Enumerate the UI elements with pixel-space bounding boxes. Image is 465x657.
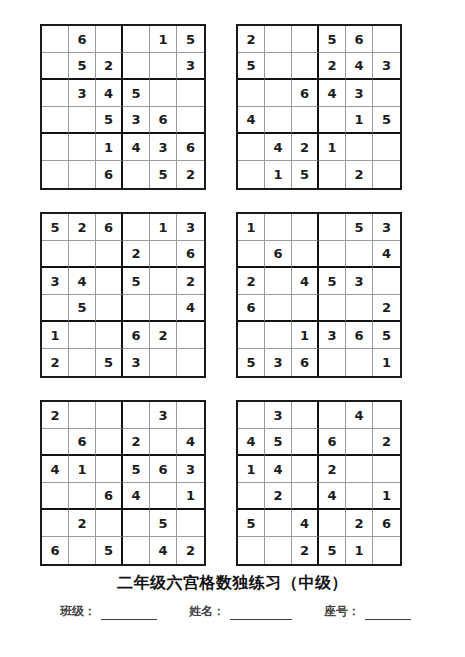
p1-cell-r2c3-given: 2 bbox=[96, 53, 123, 80]
p4-cell-r6c4-empty[interactable] bbox=[319, 349, 346, 376]
seat-field-group: 座号： bbox=[324, 603, 411, 620]
p6-cell-r1c5-given: 4 bbox=[346, 402, 373, 429]
p5-cell-r1c6-empty[interactable] bbox=[177, 402, 204, 429]
p6-cell-r3c3-empty[interactable] bbox=[292, 456, 319, 483]
p5-cell-r6c3-given: 5 bbox=[96, 537, 123, 564]
p1-cell-r2c4-empty[interactable] bbox=[123, 53, 150, 80]
p1-cell-r6c2-empty[interactable] bbox=[69, 161, 96, 188]
p2-cell-r1c3-empty[interactable] bbox=[292, 26, 319, 53]
p2-cell-r3c5-given: 3 bbox=[346, 80, 373, 107]
p3-cell-r6c4-given: 3 bbox=[123, 349, 150, 376]
p6-cell-r6c3-given: 2 bbox=[292, 537, 319, 564]
seat-label: 座号： bbox=[324, 603, 360, 620]
p2-cell-r4c1-given: 4 bbox=[238, 107, 265, 134]
p4-cell-r2c1-empty[interactable] bbox=[238, 241, 265, 268]
p5-cell-r6c6-given: 2 bbox=[177, 537, 204, 564]
p3-cell-r6c2-empty[interactable] bbox=[69, 349, 96, 376]
p5-cell-r4c1-empty[interactable] bbox=[42, 483, 69, 510]
p2-cell-r1c1-given: 2 bbox=[238, 26, 265, 53]
p5-cell-r6c5-given: 4 bbox=[150, 537, 177, 564]
p5-cell-r6c2-empty[interactable] bbox=[69, 537, 96, 564]
p2-cell-r3c1-empty[interactable] bbox=[238, 80, 265, 107]
sudoku-board-1: 6155233455361436652 bbox=[40, 24, 206, 190]
p3-cell-r1c2-given: 2 bbox=[69, 214, 96, 241]
p5-cell-r5c1-empty[interactable] bbox=[42, 510, 69, 537]
sudoku-board-5: 2362441563641256542 bbox=[40, 400, 206, 566]
p1-cell-r5c3-given: 1 bbox=[96, 134, 123, 161]
p2-cell-r1c5-given: 6 bbox=[346, 26, 373, 53]
p2-cell-r4c2-empty[interactable] bbox=[265, 107, 292, 134]
p5-cell-r2c1-empty[interactable] bbox=[42, 429, 69, 456]
p5-cell-r4c2-empty[interactable] bbox=[69, 483, 96, 510]
p4-cell-r5c4-given: 3 bbox=[319, 322, 346, 349]
p2-cell-r4c4-empty[interactable] bbox=[319, 107, 346, 134]
p3-cell-r1c1-given: 5 bbox=[42, 214, 69, 241]
p6-cell-r5c2-empty[interactable] bbox=[265, 510, 292, 537]
sudoku-board-6: 3445621422415426251 bbox=[236, 400, 402, 566]
p3-cell-r4c1-empty[interactable] bbox=[42, 295, 69, 322]
p3-cell-r5c1-given: 1 bbox=[42, 322, 69, 349]
p6-cell-r3c4-given: 2 bbox=[319, 456, 346, 483]
p1-cell-r6c1-empty[interactable] bbox=[42, 161, 69, 188]
p5-cell-r1c3-empty[interactable] bbox=[96, 402, 123, 429]
p5-cell-r5c3-empty[interactable] bbox=[96, 510, 123, 537]
p1-cell-r3c6-empty[interactable] bbox=[177, 80, 204, 107]
p3-cell-r4c6-given: 4 bbox=[177, 295, 204, 322]
p3-cell-r2c5-empty[interactable] bbox=[150, 241, 177, 268]
p4-cell-r2c4-empty[interactable] bbox=[319, 241, 346, 268]
p5-cell-r2c2-given: 6 bbox=[69, 429, 96, 456]
p3-cell-r3c3-empty[interactable] bbox=[96, 268, 123, 295]
p5-cell-r3c4-given: 5 bbox=[123, 456, 150, 483]
p3-cell-r3c6-given: 2 bbox=[177, 268, 204, 295]
p6-cell-r5c4-empty[interactable] bbox=[319, 510, 346, 537]
p1-cell-r4c5-given: 6 bbox=[150, 107, 177, 134]
p1-cell-r5c2-empty[interactable] bbox=[69, 134, 96, 161]
p4-cell-r2c6-given: 4 bbox=[373, 241, 400, 268]
p4-cell-r6c2-given: 3 bbox=[265, 349, 292, 376]
p1-cell-r4c2-empty[interactable] bbox=[69, 107, 96, 134]
sudoku-board-4: 1536424536213655361 bbox=[236, 212, 402, 378]
puzzles-area: 6155233455361436652 2565243643415421152 … bbox=[0, 0, 465, 566]
p3-cell-r3c2-given: 4 bbox=[69, 268, 96, 295]
p4-cell-r2c2-given: 6 bbox=[265, 241, 292, 268]
puzzles-grid: 6155233455361436652 2565243643415421152 … bbox=[40, 24, 465, 566]
p6-cell-r2c5-empty[interactable] bbox=[346, 429, 373, 456]
p4-cell-r1c3-empty[interactable] bbox=[292, 214, 319, 241]
page-title: 二年级六宫格数独练习（中级） bbox=[0, 573, 465, 594]
p3-cell-r3c5-empty[interactable] bbox=[150, 268, 177, 295]
p2-cell-r1c4-given: 5 bbox=[319, 26, 346, 53]
p3-cell-r2c3-empty[interactable] bbox=[96, 241, 123, 268]
p5-cell-r1c2-empty[interactable] bbox=[69, 402, 96, 429]
p1-cell-r1c2-given: 6 bbox=[69, 26, 96, 53]
p6-cell-r6c6-empty[interactable] bbox=[373, 537, 400, 564]
p4-cell-r5c6-given: 5 bbox=[373, 322, 400, 349]
p1-cell-r4c1-empty[interactable] bbox=[42, 107, 69, 134]
p4-cell-r5c1-empty[interactable] bbox=[238, 322, 265, 349]
p4-cell-r3c1-given: 2 bbox=[238, 268, 265, 295]
p2-cell-r6c5-given: 2 bbox=[346, 161, 373, 188]
p6-cell-r1c1-empty[interactable] bbox=[238, 402, 265, 429]
p1-cell-r1c6-given: 5 bbox=[177, 26, 204, 53]
p2-cell-r5c1-empty[interactable] bbox=[238, 134, 265, 161]
p3-cell-r3c4-given: 5 bbox=[123, 268, 150, 295]
p5-cell-r5c2-given: 2 bbox=[69, 510, 96, 537]
p6-cell-r4c4-given: 4 bbox=[319, 483, 346, 510]
p5-cell-r5c5-given: 5 bbox=[150, 510, 177, 537]
p5-cell-r2c6-given: 4 bbox=[177, 429, 204, 456]
p1-cell-r1c1-empty[interactable] bbox=[42, 26, 69, 53]
p1-cell-r6c3-given: 6 bbox=[96, 161, 123, 188]
p3-cell-r5c2-empty[interactable] bbox=[69, 322, 96, 349]
p4-cell-r5c3-given: 1 bbox=[292, 322, 319, 349]
p6-cell-r4c5-empty[interactable] bbox=[346, 483, 373, 510]
p4-cell-r1c2-empty[interactable] bbox=[265, 214, 292, 241]
p2-cell-r3c4-given: 4 bbox=[319, 80, 346, 107]
p6-cell-r4c2-given: 2 bbox=[265, 483, 292, 510]
p5-cell-r5c6-empty[interactable] bbox=[177, 510, 204, 537]
p2-cell-r6c1-empty[interactable] bbox=[238, 161, 265, 188]
p3-cell-r4c4-empty[interactable] bbox=[123, 295, 150, 322]
p6-cell-r4c6-given: 1 bbox=[373, 483, 400, 510]
p4-cell-r3c3-given: 4 bbox=[292, 268, 319, 295]
p3-cell-r1c6-given: 3 bbox=[177, 214, 204, 241]
p2-cell-r6c6-empty[interactable] bbox=[373, 161, 400, 188]
p1-cell-r2c5-empty[interactable] bbox=[150, 53, 177, 80]
p2-cell-r2c6-given: 3 bbox=[373, 53, 400, 80]
p5-cell-r1c4-empty[interactable] bbox=[123, 402, 150, 429]
p4-cell-r6c6-given: 1 bbox=[373, 349, 400, 376]
p1-cell-r6c6-given: 2 bbox=[177, 161, 204, 188]
p6-cell-r5c3-given: 4 bbox=[292, 510, 319, 537]
p2-cell-r5c4-given: 1 bbox=[319, 134, 346, 161]
p1-cell-r1c4-empty[interactable] bbox=[123, 26, 150, 53]
p4-cell-r4c2-empty[interactable] bbox=[265, 295, 292, 322]
p2-cell-r6c3-given: 5 bbox=[292, 161, 319, 188]
p3-cell-r3c1-given: 3 bbox=[42, 268, 69, 295]
seat-input-line[interactable] bbox=[365, 606, 411, 620]
p6-cell-r5c1-given: 5 bbox=[238, 510, 265, 537]
p2-cell-r2c2-empty[interactable] bbox=[265, 53, 292, 80]
p1-cell-r1c3-empty[interactable] bbox=[96, 26, 123, 53]
p1-cell-r4c6-empty[interactable] bbox=[177, 107, 204, 134]
p5-cell-r4c3-given: 6 bbox=[96, 483, 123, 510]
p3-cell-r5c6-empty[interactable] bbox=[177, 322, 204, 349]
p5-cell-r4c4-given: 4 bbox=[123, 483, 150, 510]
p6-cell-r2c6-given: 2 bbox=[373, 429, 400, 456]
sudoku-board-2: 2565243643415421152 bbox=[236, 24, 402, 190]
p6-cell-r1c3-empty[interactable] bbox=[292, 402, 319, 429]
p2-cell-r5c2-given: 4 bbox=[265, 134, 292, 161]
p3-cell-r5c3-empty[interactable] bbox=[96, 322, 123, 349]
p6-cell-r1c2-given: 3 bbox=[265, 402, 292, 429]
p5-cell-r3c2-given: 1 bbox=[69, 456, 96, 483]
p1-cell-r2c1-empty[interactable] bbox=[42, 53, 69, 80]
p5-cell-r4c5-empty[interactable] bbox=[150, 483, 177, 510]
p6-cell-r2c1-given: 4 bbox=[238, 429, 265, 456]
p5-cell-r2c4-given: 2 bbox=[123, 429, 150, 456]
p1-cell-r3c2-given: 3 bbox=[69, 80, 96, 107]
p6-cell-r1c6-empty[interactable] bbox=[373, 402, 400, 429]
p4-cell-r4c3-empty[interactable] bbox=[292, 295, 319, 322]
p1-cell-r2c2-given: 5 bbox=[69, 53, 96, 80]
p5-cell-r3c1-given: 4 bbox=[42, 456, 69, 483]
p6-cell-r6c4-given: 5 bbox=[319, 537, 346, 564]
p4-cell-r4c5-empty[interactable] bbox=[346, 295, 373, 322]
p6-cell-r3c6-empty[interactable] bbox=[373, 456, 400, 483]
p2-cell-r6c2-given: 1 bbox=[265, 161, 292, 188]
p4-cell-r1c6-given: 3 bbox=[373, 214, 400, 241]
p6-cell-r5c6-given: 6 bbox=[373, 510, 400, 537]
p6-cell-r6c5-given: 1 bbox=[346, 537, 373, 564]
p1-cell-r5c6-given: 6 bbox=[177, 134, 204, 161]
p1-cell-r5c5-given: 3 bbox=[150, 134, 177, 161]
p6-cell-r1c4-empty[interactable] bbox=[319, 402, 346, 429]
p3-cell-r6c3-given: 5 bbox=[96, 349, 123, 376]
p4-cell-r6c3-given: 6 bbox=[292, 349, 319, 376]
name-input-line[interactable] bbox=[230, 606, 292, 620]
p5-cell-r3c6-given: 3 bbox=[177, 456, 204, 483]
sudoku-board-3: 5261326345254162253 bbox=[40, 212, 206, 378]
p4-cell-r3c6-empty[interactable] bbox=[373, 268, 400, 295]
p2-cell-r5c5-empty[interactable] bbox=[346, 134, 373, 161]
p1-cell-r3c4-given: 5 bbox=[123, 80, 150, 107]
p3-cell-r4c3-empty[interactable] bbox=[96, 295, 123, 322]
p1-cell-r4c4-given: 3 bbox=[123, 107, 150, 134]
p4-cell-r6c1-given: 5 bbox=[238, 349, 265, 376]
p5-cell-r2c5-empty[interactable] bbox=[150, 429, 177, 456]
p6-cell-r6c1-empty[interactable] bbox=[238, 537, 265, 564]
p1-cell-r5c4-given: 4 bbox=[123, 134, 150, 161]
p1-cell-r3c3-given: 4 bbox=[96, 80, 123, 107]
p2-cell-r4c5-given: 1 bbox=[346, 107, 373, 134]
p6-cell-r5c5-given: 2 bbox=[346, 510, 373, 537]
worksheet-page: 6155233455361436652 2565243643415421152 … bbox=[0, 0, 465, 657]
p6-cell-r3c2-given: 4 bbox=[265, 456, 292, 483]
p2-cell-r4c3-empty[interactable] bbox=[292, 107, 319, 134]
p6-cell-r4c1-empty[interactable] bbox=[238, 483, 265, 510]
p6-cell-r2c3-empty[interactable] bbox=[292, 429, 319, 456]
p6-cell-r3c1-given: 1 bbox=[238, 456, 265, 483]
p2-cell-r1c6-empty[interactable] bbox=[373, 26, 400, 53]
p3-cell-r1c3-given: 6 bbox=[96, 214, 123, 241]
p3-cell-r1c5-given: 1 bbox=[150, 214, 177, 241]
p6-cell-r2c4-given: 6 bbox=[319, 429, 346, 456]
p2-cell-r3c2-empty[interactable] bbox=[265, 80, 292, 107]
p1-cell-r4c3-given: 5 bbox=[96, 107, 123, 134]
p2-cell-r6c4-empty[interactable] bbox=[319, 161, 346, 188]
p6-cell-r6c2-empty[interactable] bbox=[265, 537, 292, 564]
p3-cell-r5c4-given: 6 bbox=[123, 322, 150, 349]
p3-cell-r2c4-given: 2 bbox=[123, 241, 150, 268]
p5-cell-r3c5-given: 6 bbox=[150, 456, 177, 483]
p5-cell-r2c3-empty[interactable] bbox=[96, 429, 123, 456]
p4-cell-r2c3-empty[interactable] bbox=[292, 241, 319, 268]
p4-cell-r1c4-empty[interactable] bbox=[319, 214, 346, 241]
p1-cell-r6c4-empty[interactable] bbox=[123, 161, 150, 188]
p4-cell-r3c5-given: 3 bbox=[346, 268, 373, 295]
p1-cell-r6c5-given: 5 bbox=[150, 161, 177, 188]
p4-cell-r4c1-given: 6 bbox=[238, 295, 265, 322]
p5-cell-r6c4-empty[interactable] bbox=[123, 537, 150, 564]
name-label: 姓名： bbox=[189, 603, 225, 620]
student-info-row: 班级： 姓名： 座号： bbox=[60, 603, 465, 620]
p2-cell-r2c5-given: 4 bbox=[346, 53, 373, 80]
p4-cell-r4c6-given: 2 bbox=[373, 295, 400, 322]
class-input-line[interactable] bbox=[101, 606, 157, 620]
p4-cell-r2c5-empty[interactable] bbox=[346, 241, 373, 268]
p2-cell-r2c4-given: 2 bbox=[319, 53, 346, 80]
p1-cell-r3c5-empty[interactable] bbox=[150, 80, 177, 107]
p5-cell-r4c6-given: 1 bbox=[177, 483, 204, 510]
p4-cell-r3c4-given: 5 bbox=[319, 268, 346, 295]
p2-cell-r3c6-empty[interactable] bbox=[373, 80, 400, 107]
p1-cell-r5c1-empty[interactable] bbox=[42, 134, 69, 161]
p3-cell-r1c4-empty[interactable] bbox=[123, 214, 150, 241]
p3-cell-r4c2-given: 5 bbox=[69, 295, 96, 322]
p5-cell-r1c5-given: 3 bbox=[150, 402, 177, 429]
p3-cell-r4c5-empty[interactable] bbox=[150, 295, 177, 322]
p3-cell-r2c2-empty[interactable] bbox=[69, 241, 96, 268]
p1-cell-r2c6-given: 3 bbox=[177, 53, 204, 80]
p2-cell-r1c2-empty[interactable] bbox=[265, 26, 292, 53]
p4-cell-r5c5-given: 6 bbox=[346, 322, 373, 349]
class-field-group: 班级： bbox=[60, 603, 157, 620]
p6-cell-r3c5-empty[interactable] bbox=[346, 456, 373, 483]
p5-cell-r3c3-empty[interactable] bbox=[96, 456, 123, 483]
p3-cell-r6c6-empty[interactable] bbox=[177, 349, 204, 376]
p5-cell-r5c4-empty[interactable] bbox=[123, 510, 150, 537]
p3-cell-r6c1-given: 2 bbox=[42, 349, 69, 376]
p4-cell-r1c1-given: 1 bbox=[238, 214, 265, 241]
p3-cell-r2c1-empty[interactable] bbox=[42, 241, 69, 268]
p4-cell-r1c5-given: 5 bbox=[346, 214, 373, 241]
name-field-group: 姓名： bbox=[189, 603, 292, 620]
p1-cell-r3c1-empty[interactable] bbox=[42, 80, 69, 107]
class-label: 班级： bbox=[60, 603, 96, 620]
p1-cell-r1c5-given: 1 bbox=[150, 26, 177, 53]
p5-cell-r6c1-given: 6 bbox=[42, 537, 69, 564]
p2-cell-r2c1-given: 5 bbox=[238, 53, 265, 80]
p2-cell-r5c6-empty[interactable] bbox=[373, 134, 400, 161]
p3-cell-r2c6-given: 6 bbox=[177, 241, 204, 268]
p2-cell-r2c3-empty[interactable] bbox=[292, 53, 319, 80]
p4-cell-r3c2-empty[interactable] bbox=[265, 268, 292, 295]
p3-cell-r5c5-given: 2 bbox=[150, 322, 177, 349]
p4-cell-r5c2-empty[interactable] bbox=[265, 322, 292, 349]
p4-cell-r4c4-empty[interactable] bbox=[319, 295, 346, 322]
p4-cell-r6c5-empty[interactable] bbox=[346, 349, 373, 376]
p2-cell-r5c3-given: 2 bbox=[292, 134, 319, 161]
p5-cell-r1c1-given: 2 bbox=[42, 402, 69, 429]
p3-cell-r6c5-empty[interactable] bbox=[150, 349, 177, 376]
p2-cell-r3c3-given: 6 bbox=[292, 80, 319, 107]
p2-cell-r4c6-given: 5 bbox=[373, 107, 400, 134]
p6-cell-r2c2-given: 5 bbox=[265, 429, 292, 456]
p6-cell-r4c3-empty[interactable] bbox=[292, 483, 319, 510]
